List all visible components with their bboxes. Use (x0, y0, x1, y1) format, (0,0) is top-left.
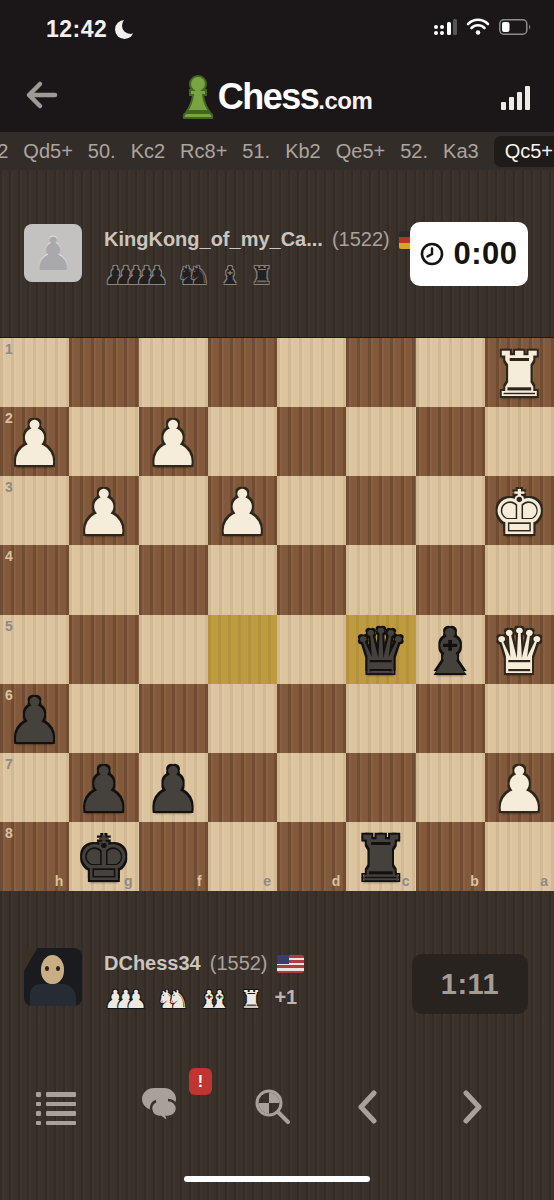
square-h6[interactable]: 6♟ (0, 684, 69, 753)
file-label-h: h (55, 873, 64, 889)
move-token[interactable]: Qd5+ (23, 140, 72, 163)
rank-label-4: 4 (5, 548, 13, 564)
player-top-captured-pieces: ♟♟♟♟♟♞♞♝♜ (104, 258, 273, 288)
square-f1[interactable] (139, 338, 208, 407)
player-bottom-clock: 1:11 (412, 954, 528, 1014)
square-a4[interactable] (485, 545, 554, 614)
square-h7[interactable]: 7 (0, 753, 69, 822)
piece-wP-f2[interactable]: ♟ (145, 413, 201, 475)
stats-bars-icon[interactable] (501, 86, 530, 110)
move-token[interactable]: Kd2 (0, 140, 8, 163)
square-a2[interactable] (485, 407, 554, 476)
player-bottom-captured-pieces: ♟♟♟♞♞♝♝♜+1 (104, 982, 297, 1012)
move-token[interactable]: 52. (400, 140, 428, 163)
square-e6[interactable] (208, 684, 277, 753)
square-g4[interactable] (69, 545, 138, 614)
battery-icon (499, 19, 532, 35)
captured-b-icon: ♝ (219, 263, 241, 288)
square-f6[interactable] (139, 684, 208, 753)
square-d3[interactable] (277, 476, 346, 545)
square-e7[interactable] (208, 753, 277, 822)
rank-label-7: 7 (5, 756, 13, 772)
square-g3[interactable]: ♟ (69, 476, 138, 545)
square-c3[interactable] (346, 476, 415, 545)
square-e3[interactable]: ♟ (208, 476, 277, 545)
default-pawn-avatar-icon: ♟ (32, 231, 73, 277)
square-f7[interactable]: ♟ (139, 753, 208, 822)
square-h4[interactable]: 4 (0, 545, 69, 614)
square-c4[interactable] (346, 545, 415, 614)
player-top-rating: (1522) (332, 228, 390, 251)
move-token[interactable]: 51. (242, 140, 270, 163)
square-b6[interactable] (416, 684, 485, 753)
square-g6[interactable] (69, 684, 138, 753)
rank-label-1: 1 (5, 341, 13, 357)
player-top-name[interactable]: KingKong_of_my_Ca... (104, 228, 323, 251)
square-a7[interactable]: ♟ (485, 753, 554, 822)
chess-board: 1♜2♟♟3♟♟♚45♛♝♛6♟7♟♟♟8hg♚fedc♜ba (0, 337, 554, 891)
file-label-f: f (197, 873, 202, 889)
square-e5[interactable] (208, 615, 277, 684)
move-list-button[interactable] (36, 1092, 76, 1125)
status-bar: 12:42 (0, 0, 554, 60)
captured-b-icon: ♝ (209, 987, 231, 1012)
player-bottom-avatar[interactable] (24, 948, 82, 1006)
previous-move-button[interactable] (356, 1090, 378, 1124)
square-f3[interactable] (139, 476, 208, 545)
square-g2[interactable] (69, 407, 138, 476)
next-move-button[interactable] (462, 1090, 484, 1124)
captured-r-icon: ♜ (240, 987, 262, 1012)
bottom-toolbar (0, 1082, 554, 1142)
player-top-time: 0:00 (453, 236, 517, 272)
file-label-e: e (263, 873, 271, 889)
square-h5[interactable]: 5 (0, 615, 69, 684)
square-g7[interactable]: ♟ (69, 753, 138, 822)
player-bottom-name[interactable]: DChess34 (104, 952, 201, 975)
square-e1[interactable] (208, 338, 277, 407)
square-d4[interactable] (277, 545, 346, 614)
player-top-clock: 0:00 (410, 222, 528, 286)
crescent-moon-icon (115, 20, 134, 39)
square-c5[interactable]: ♛ (346, 615, 415, 684)
move-token[interactable]: Kb2 (285, 140, 321, 163)
move-token[interactable]: Rc8+ (180, 140, 227, 163)
rank-label-3: 3 (5, 479, 13, 495)
captured-n-icon: ♞ (167, 987, 189, 1012)
square-b3[interactable] (416, 476, 485, 545)
status-icons (434, 18, 533, 36)
square-d8[interactable]: d (277, 822, 346, 891)
square-a8[interactable]: a (485, 822, 554, 891)
piece-bP-g7[interactable]: ♟ (76, 759, 132, 821)
material-advantage: +1 (274, 986, 297, 1009)
chat-button[interactable] (138, 1086, 184, 1126)
chesscom-pawn-icon (182, 74, 214, 120)
piece-bQ-c5[interactable]: ♛ (353, 621, 409, 683)
avatar-hockey-mask (41, 955, 64, 984)
square-d5[interactable] (277, 615, 346, 684)
move-token[interactable]: Kc2 (131, 140, 165, 163)
square-d6[interactable] (277, 684, 346, 753)
file-label-a: a (540, 873, 548, 889)
square-b1[interactable] (416, 338, 485, 407)
square-d1[interactable] (277, 338, 346, 407)
home-indicator[interactable] (184, 1176, 370, 1182)
player-bottom-time: 1:11 (441, 968, 499, 1001)
clock-icon (420, 242, 444, 266)
piece-wP-h2[interactable]: ♟ (7, 413, 63, 475)
usa-flag-icon (277, 955, 304, 973)
move-list-bar: .Kd2Qd5+50.Kc2Rc8+51.Kb2Qe5+52.Ka3Qc5+ (0, 132, 554, 170)
captured-p-icon: ♟ (125, 987, 147, 1012)
square-g8[interactable]: g♚ (69, 822, 138, 891)
square-b8[interactable]: b (416, 822, 485, 891)
square-c8[interactable]: c♜ (346, 822, 415, 891)
square-f4[interactable] (139, 545, 208, 614)
analysis-button[interactable] (252, 1086, 294, 1128)
piece-bP-f7[interactable]: ♟ (145, 759, 201, 821)
square-h8[interactable]: 8h (0, 822, 69, 891)
square-c6[interactable] (346, 684, 415, 753)
piece-wP-a7[interactable]: ♟ (492, 759, 548, 821)
app-header: Chess .com (0, 60, 554, 132)
piece-wR-a1[interactable]: ♜ (492, 344, 548, 406)
move-token[interactable]: 50. (88, 140, 116, 163)
logo-text-chess: Chess (218, 76, 319, 118)
chat-alert-badge: ! (189, 1068, 212, 1095)
square-a3[interactable]: ♚ (485, 476, 554, 545)
square-e8[interactable]: e (208, 822, 277, 891)
rank-label-8: 8 (5, 825, 13, 841)
rank-label-5: 5 (5, 618, 13, 634)
square-c1[interactable] (346, 338, 415, 407)
square-f2[interactable]: ♟ (139, 407, 208, 476)
square-e4[interactable] (208, 545, 277, 614)
piece-wP-e3[interactable]: ♟ (215, 482, 271, 544)
square-d2[interactable] (277, 407, 346, 476)
player-top-avatar[interactable]: ♟ (24, 224, 82, 282)
square-a5[interactable]: ♛ (485, 615, 554, 684)
piece-bK-g8[interactable]: ♚ (76, 828, 132, 890)
logo-text-com: .com (318, 87, 372, 115)
square-f8[interactable]: f (139, 822, 208, 891)
square-a6[interactable] (485, 684, 554, 753)
piece-wP-g3[interactable]: ♟ (76, 482, 132, 544)
square-e2[interactable] (208, 407, 277, 476)
file-label-b: b (470, 873, 479, 889)
square-h2[interactable]: 2♟ (0, 407, 69, 476)
chesscom-logo[interactable]: Chess .com (0, 70, 554, 124)
square-d7[interactable] (277, 753, 346, 822)
move-token[interactable]: Qe5+ (336, 140, 385, 163)
piece-bP-h6[interactable]: ♟ (7, 690, 63, 752)
square-g5[interactable] (69, 615, 138, 684)
captured-r-icon: ♜ (250, 263, 272, 288)
file-label-d: d (332, 873, 341, 889)
square-b5[interactable]: ♝ (416, 615, 485, 684)
square-g1[interactable] (69, 338, 138, 407)
app-screen: 12:42 (0, 0, 554, 1200)
cellular-signal-icon (434, 19, 458, 35)
piece-bB-b5[interactable]: ♝ (422, 621, 478, 683)
move-token[interactable]: Ka3 (443, 140, 479, 163)
piece-wK-a3[interactable]: ♚ (492, 482, 548, 544)
square-c7[interactable] (346, 753, 415, 822)
player-bottom-rating: (1552) (210, 952, 268, 975)
player-bottom-row: DChess34 (1552) ♟♟♟♞♞♝♝♜+1 1:11 (0, 948, 554, 1048)
avatar-figure (30, 984, 76, 1006)
player-top-row: ♟ KingKong_of_my_Ca... (1522) ♟♟♟♟♟♞♞♝♜ … (0, 224, 554, 324)
square-b7[interactable] (416, 753, 485, 822)
square-b4[interactable] (416, 545, 485, 614)
piece-wQ-a5[interactable]: ♛ (492, 621, 548, 683)
captured-n-icon: ♞ (188, 263, 210, 288)
captured-p-icon: ♟ (146, 263, 168, 288)
move-token-current[interactable]: Qc5+ (494, 136, 554, 167)
square-b2[interactable] (416, 407, 485, 476)
status-time: 12:42 (46, 16, 107, 43)
square-h1[interactable]: 1 (0, 338, 69, 407)
square-a1[interactable]: ♜ (485, 338, 554, 407)
wifi-icon (466, 18, 490, 36)
square-h3[interactable]: 3 (0, 476, 69, 545)
square-f5[interactable] (139, 615, 208, 684)
piece-bR-c8[interactable]: ♜ (353, 828, 409, 890)
square-c2[interactable] (346, 407, 415, 476)
